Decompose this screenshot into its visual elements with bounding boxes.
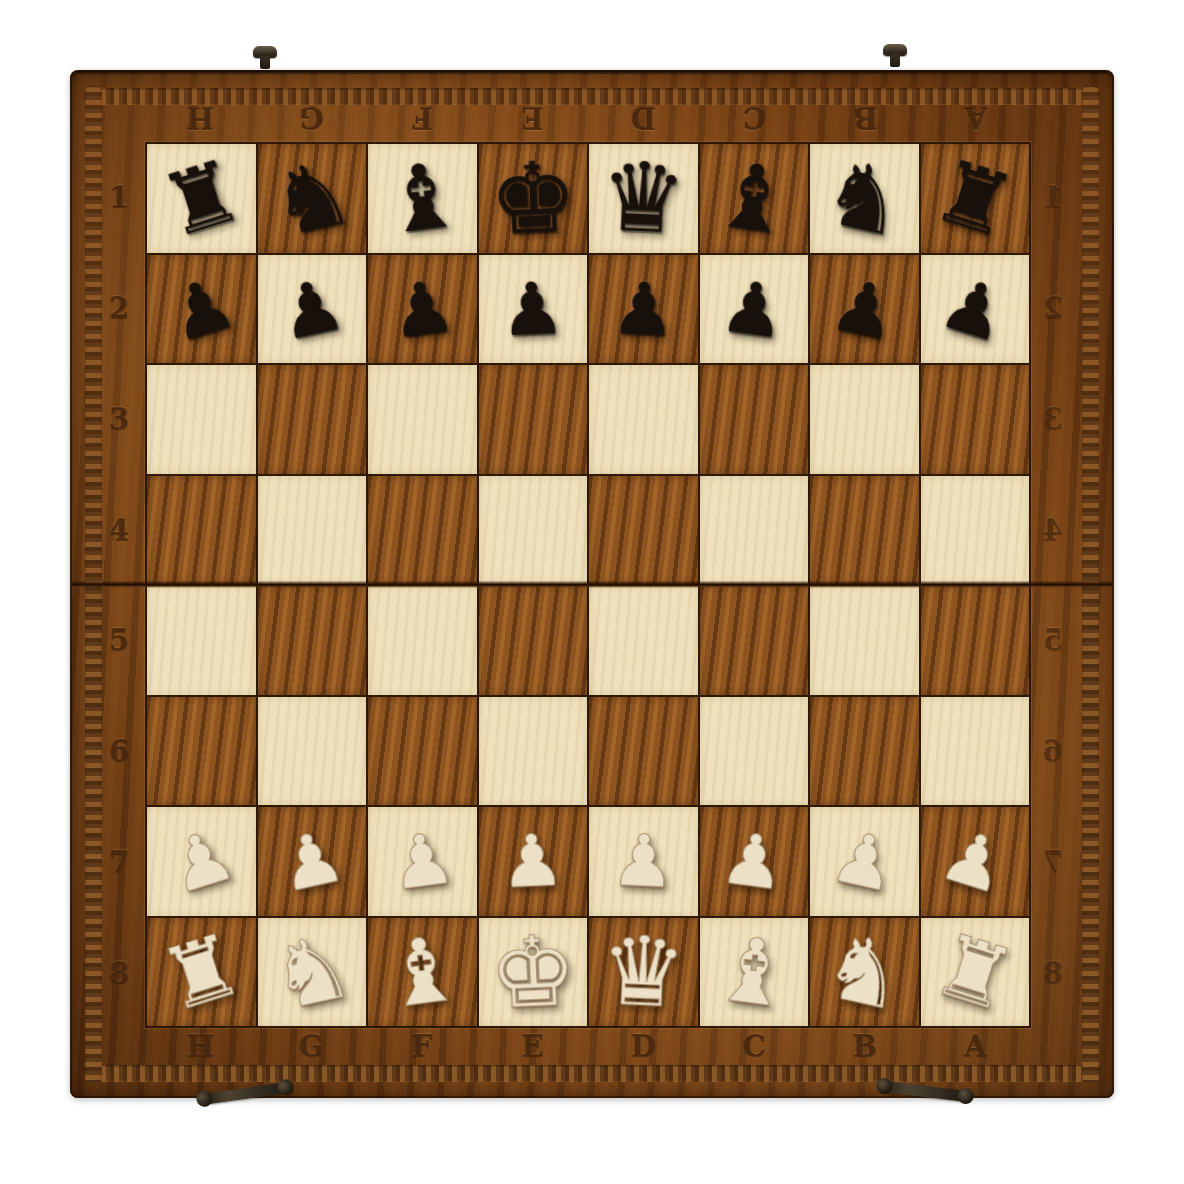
file-bottom-label-H: H (145, 1028, 256, 1064)
file-top-label-H: H (145, 100, 256, 136)
file-top-label-C: C (699, 100, 810, 136)
file-bottom-label-F: F (367, 1028, 478, 1064)
rank-left-label-2: 2 (98, 253, 140, 364)
rank-left-label-6: 6 (98, 696, 140, 807)
piece-light-pawn-h7[interactable]: ♟ (147, 807, 256, 916)
square-h4[interactable] (147, 476, 256, 585)
piece-light-pawn-d7[interactable]: ♟ (589, 807, 698, 916)
piece-light-pawn-a7[interactable]: ♟ (921, 807, 1030, 916)
rank-right-label-1: 1 (1032, 142, 1074, 253)
square-h6[interactable] (147, 697, 256, 806)
file-bottom-label-C: C (699, 1028, 810, 1064)
rank-left-label-1: 1 (98, 142, 140, 253)
file-top-label-F: F (367, 100, 478, 136)
hinge-left-icon (250, 46, 280, 72)
file-bottom-label-A: A (920, 1028, 1031, 1064)
square-e4[interactable] (479, 476, 588, 585)
file-bottom-label-E: E (477, 1028, 588, 1064)
square-c6[interactable] (700, 697, 809, 806)
square-c5[interactable] (700, 586, 809, 695)
square-a6[interactable] (921, 697, 1030, 806)
square-g3[interactable] (258, 365, 367, 474)
piece-dark-rook-a1[interactable]: ♜ (921, 144, 1030, 253)
square-e5[interactable] (479, 586, 588, 695)
piece-dark-knight-b1[interactable]: ♞ (810, 144, 919, 253)
chess-box: HGFEDCBA HGFEDCBA 12345678 12345678 ♜♞♝♚… (70, 70, 1114, 1098)
square-e3[interactable] (479, 365, 588, 474)
file-top-label-A: A (920, 100, 1031, 136)
files-bottom: HGFEDCBA (145, 1028, 1031, 1064)
rope-border-bottom (84, 1065, 1100, 1082)
piece-dark-pawn-f2[interactable]: ♟ (368, 255, 477, 364)
square-g6[interactable] (258, 697, 367, 806)
file-top-label-B: B (810, 100, 921, 136)
piece-dark-bishop-c1[interactable]: ♝ (700, 144, 809, 253)
square-g5[interactable] (258, 586, 367, 695)
square-a3[interactable] (921, 365, 1030, 474)
piece-light-bishop-c8[interactable]: ♝ (700, 918, 809, 1027)
square-b3[interactable] (810, 365, 919, 474)
files-top: HGFEDCBA (145, 100, 1031, 136)
square-a5[interactable] (921, 586, 1030, 695)
file-bottom-label-G: G (256, 1028, 367, 1064)
rank-left-label-4: 4 (98, 474, 140, 585)
square-e6[interactable] (479, 697, 588, 806)
piece-dark-queen-d1[interactable]: ♛ (589, 144, 698, 253)
square-d5[interactable] (589, 586, 698, 695)
piece-dark-pawn-g2[interactable]: ♟ (258, 255, 367, 364)
square-d3[interactable] (589, 365, 698, 474)
rank-left-label-7: 7 (98, 807, 140, 918)
piece-light-rook-h8[interactable]: ♜ (147, 918, 256, 1027)
piece-light-pawn-g7[interactable]: ♟ (258, 807, 367, 916)
piece-light-rook-a8[interactable]: ♜ (921, 918, 1030, 1027)
piece-dark-bishop-f1[interactable]: ♝ (368, 144, 477, 253)
rank-right-label-6: 6 (1032, 696, 1074, 807)
page: HGFEDCBA HGFEDCBA 12345678 12345678 ♜♞♝♚… (0, 0, 1184, 1184)
rank-right-label-5: 5 (1032, 585, 1074, 696)
piece-dark-pawn-e2[interactable]: ♟ (479, 255, 588, 364)
piece-dark-pawn-c2[interactable]: ♟ (700, 255, 809, 364)
ranks-right: 12345678 (1032, 142, 1074, 1028)
piece-light-bishop-f8[interactable]: ♝ (368, 918, 477, 1027)
piece-dark-king-e1[interactable]: ♚ (479, 144, 588, 253)
square-b6[interactable] (810, 697, 919, 806)
piece-dark-pawn-h2[interactable]: ♟ (147, 255, 256, 364)
rope-border-right (1082, 86, 1099, 1084)
piece-dark-knight-g1[interactable]: ♞ (258, 144, 367, 253)
piece-light-knight-g8[interactable]: ♞ (258, 918, 367, 1027)
piece-light-pawn-f7[interactable]: ♟ (368, 807, 477, 916)
rank-right-label-4: 4 (1032, 474, 1074, 585)
piece-dark-rook-h1[interactable]: ♜ (147, 144, 256, 253)
file-bottom-label-B: B (810, 1028, 921, 1064)
square-a4[interactable] (921, 476, 1030, 585)
piece-light-pawn-c7[interactable]: ♟ (700, 807, 809, 916)
piece-light-pawn-e7[interactable]: ♟ (479, 807, 588, 916)
file-top-label-D: D (588, 100, 699, 136)
piece-light-knight-b8[interactable]: ♞ (810, 918, 919, 1027)
piece-dark-pawn-b2[interactable]: ♟ (810, 255, 919, 364)
hinge-right-icon (880, 44, 910, 70)
rank-left-label-3: 3 (98, 364, 140, 475)
rank-right-label-7: 7 (1032, 807, 1074, 918)
square-f5[interactable] (368, 586, 477, 695)
square-f6[interactable] (368, 697, 477, 806)
square-f3[interactable] (368, 365, 477, 474)
square-c4[interactable] (700, 476, 809, 585)
piece-dark-pawn-d2[interactable]: ♟ (589, 255, 698, 364)
board: ♜♞♝♚♛♝♞♜♟♟♟♟♟♟♟♟♟♟♟♟♟♟♟♟♜♞♝♚♛♝♞♜ (145, 142, 1031, 1028)
ranks-left: 12345678 (98, 142, 140, 1028)
piece-dark-pawn-a2[interactable]: ♟ (921, 255, 1030, 364)
rope-border-left (85, 86, 102, 1084)
square-h3[interactable] (147, 365, 256, 474)
file-bottom-label-D: D (588, 1028, 699, 1064)
square-b4[interactable] (810, 476, 919, 585)
file-top-label-E: E (477, 100, 588, 136)
rank-right-label-3: 3 (1032, 364, 1074, 475)
piece-light-queen-d8[interactable]: ♛ (589, 918, 698, 1027)
square-b5[interactable] (810, 586, 919, 695)
square-d4[interactable] (589, 476, 698, 585)
square-f4[interactable] (368, 476, 477, 585)
file-top-label-G: G (256, 100, 367, 136)
piece-light-king-e8[interactable]: ♚ (479, 918, 588, 1027)
square-c3[interactable] (700, 365, 809, 474)
square-h5[interactable] (147, 586, 256, 695)
rank-right-label-2: 2 (1032, 253, 1074, 364)
rope-border-top (84, 88, 1100, 105)
rank-right-label-8: 8 (1032, 917, 1074, 1028)
square-g4[interactable] (258, 476, 367, 585)
piece-light-pawn-b7[interactable]: ♟ (810, 807, 919, 916)
rank-left-label-8: 8 (98, 917, 140, 1028)
square-d6[interactable] (589, 697, 698, 806)
rank-left-label-5: 5 (98, 585, 140, 696)
